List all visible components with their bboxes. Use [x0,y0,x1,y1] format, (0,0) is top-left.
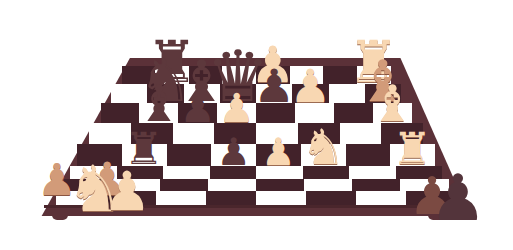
cream-pawn-f7[interactable]: ♟ [290,63,331,109]
dark-pawn-e7[interactable]: ♟ [253,63,294,109]
cream-knight-f4[interactable]: ♞ [301,123,345,172]
cream-pawn-e4[interactable]: ♟ [261,133,295,171]
dark-pawn-d4[interactable]: ♟ [217,133,251,171]
captured-deep-pawn: ♟ [429,166,486,230]
dark-bishop-b6[interactable]: ♝ [136,79,181,129]
captured-cream-pawn: ♟ [103,165,151,219]
cream-bishop-h6[interactable]: ♝ [370,79,415,129]
cream-rook-h4[interactable]: ♜ [393,127,432,171]
dark-pawn-c6[interactable]: ♟ [180,88,216,128]
chess-illustration: ♜♟♜♞♝♛♟♟♝♝♟♟♝♜♟♟♞♜ ♟♟♞♟♟♟ [0,0,513,250]
cream-pawn-d6[interactable]: ♟ [219,88,255,128]
